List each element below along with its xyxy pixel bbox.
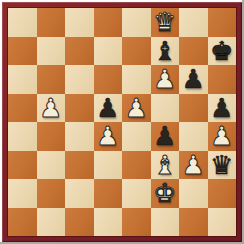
square-d6[interactable] [94, 65, 123, 94]
piece-white-pawn: ♟ [125, 94, 148, 123]
square-d7[interactable] [94, 37, 123, 66]
square-b3[interactable] [37, 151, 66, 180]
square-d4[interactable]: ♟ [94, 122, 123, 151]
piece-black-pawn: ♟ [182, 65, 205, 94]
square-b4[interactable] [37, 122, 66, 151]
square-a5[interactable] [8, 94, 37, 123]
square-d1[interactable] [94, 208, 123, 237]
piece-black-pawn: ♟ [96, 94, 119, 123]
square-f5[interactable] [151, 94, 180, 123]
square-a7[interactable] [8, 37, 37, 66]
square-d3[interactable] [94, 151, 123, 180]
square-h7[interactable]: ♚ [208, 37, 237, 66]
piece-white-pawn: ♟ [39, 94, 62, 123]
square-a8[interactable] [8, 8, 37, 37]
square-h2[interactable] [208, 179, 237, 208]
diagram-frame: ♛♝♚♟♟♟♟♟♟♟♟♟♝♟♛♚ [0, 0, 244, 244]
square-e2[interactable] [122, 179, 151, 208]
square-c6[interactable] [65, 65, 94, 94]
piece-white-pawn: ♟ [210, 122, 233, 151]
piece-black-pawn: ♟ [210, 94, 233, 123]
square-c5[interactable] [65, 94, 94, 123]
square-a4[interactable] [8, 122, 37, 151]
square-a6[interactable] [8, 65, 37, 94]
square-b5[interactable]: ♟ [37, 94, 66, 123]
board-border: ♛♝♚♟♟♟♟♟♟♟♟♟♝♟♛♚ [2, 2, 242, 242]
square-f3[interactable]: ♝ [151, 151, 180, 180]
piece-black-bishop: ♝ [153, 37, 176, 66]
square-a1[interactable] [8, 208, 37, 237]
chess-board: ♛♝♚♟♟♟♟♟♟♟♟♟♝♟♛♚ [8, 8, 236, 236]
square-h6[interactable] [208, 65, 237, 94]
square-d2[interactable] [94, 179, 123, 208]
piece-black-queen: ♛ [210, 151, 233, 180]
piece-white-bishop: ♝ [153, 151, 176, 180]
piece-black-king: ♚ [210, 37, 233, 66]
square-g1[interactable] [179, 208, 208, 237]
square-b2[interactable] [37, 179, 66, 208]
square-h5[interactable]: ♟ [208, 94, 237, 123]
piece-white-king: ♚ [153, 179, 176, 208]
piece-white-pawn: ♟ [96, 122, 119, 151]
square-b6[interactable] [37, 65, 66, 94]
square-e6[interactable] [122, 65, 151, 94]
square-e7[interactable] [122, 37, 151, 66]
square-g4[interactable] [179, 122, 208, 151]
square-b7[interactable] [37, 37, 66, 66]
square-f2[interactable]: ♚ [151, 179, 180, 208]
square-f7[interactable]: ♝ [151, 37, 180, 66]
square-b8[interactable] [37, 8, 66, 37]
square-h3[interactable]: ♛ [208, 151, 237, 180]
square-e4[interactable] [122, 122, 151, 151]
square-d8[interactable] [94, 8, 123, 37]
square-c3[interactable] [65, 151, 94, 180]
square-f8[interactable]: ♛ [151, 8, 180, 37]
square-g7[interactable] [179, 37, 208, 66]
square-c4[interactable] [65, 122, 94, 151]
square-g8[interactable] [179, 8, 208, 37]
square-h4[interactable]: ♟ [208, 122, 237, 151]
square-f6[interactable]: ♟ [151, 65, 180, 94]
square-c2[interactable] [65, 179, 94, 208]
square-e5[interactable]: ♟ [122, 94, 151, 123]
square-g2[interactable] [179, 179, 208, 208]
square-e8[interactable] [122, 8, 151, 37]
square-b1[interactable] [37, 208, 66, 237]
square-h1[interactable] [208, 208, 237, 237]
piece-white-pawn: ♟ [182, 151, 205, 180]
piece-black-pawn: ♟ [153, 122, 176, 151]
square-e3[interactable] [122, 151, 151, 180]
square-d5[interactable]: ♟ [94, 94, 123, 123]
square-e1[interactable] [122, 208, 151, 237]
square-c1[interactable] [65, 208, 94, 237]
piece-white-pawn: ♟ [153, 65, 176, 94]
square-g5[interactable] [179, 94, 208, 123]
square-a2[interactable] [8, 179, 37, 208]
square-g3[interactable]: ♟ [179, 151, 208, 180]
square-c8[interactable] [65, 8, 94, 37]
square-c7[interactable] [65, 37, 94, 66]
square-f1[interactable] [151, 208, 180, 237]
square-a3[interactable] [8, 151, 37, 180]
square-g6[interactable]: ♟ [179, 65, 208, 94]
square-f4[interactable]: ♟ [151, 122, 180, 151]
piece-white-queen: ♛ [153, 8, 176, 37]
square-h8[interactable] [208, 8, 237, 37]
